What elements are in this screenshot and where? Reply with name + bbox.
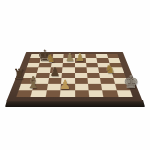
square-d1[interactable]	[60, 90, 75, 97]
square-b1[interactable]	[31, 90, 47, 97]
square-h1[interactable]	[116, 90, 132, 97]
board-grid	[16, 54, 132, 97]
chessboard-photo: ♜♚♞♟♟♞♟♝♟♚	[0, 0, 150, 150]
square-f1[interactable]	[88, 90, 103, 97]
chess-board-frame	[6, 52, 142, 101]
square-e1[interactable]	[75, 90, 90, 97]
square-c1[interactable]	[45, 90, 60, 97]
